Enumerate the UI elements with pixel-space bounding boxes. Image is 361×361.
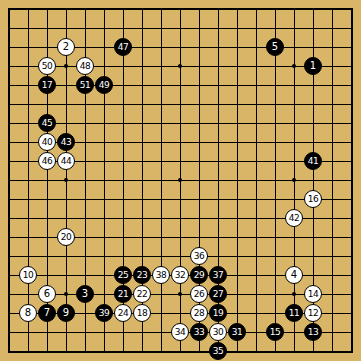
stone-white-24[interactable]: 24 (114, 304, 132, 322)
stone-white-46[interactable]: 46 (38, 152, 56, 170)
star-point (292, 64, 296, 68)
stone-white-40[interactable]: 40 (38, 133, 56, 151)
stone-white-30[interactable]: 30 (209, 323, 227, 341)
stone-black-51[interactable]: 51 (76, 76, 94, 94)
stone-black-41[interactable]: 41 (304, 152, 322, 170)
stone-white-36[interactable]: 36 (190, 247, 208, 265)
stone-black-1[interactable]: 1 (304, 57, 322, 75)
star-point (178, 292, 182, 296)
stone-white-2[interactable]: 2 (57, 38, 75, 56)
go-board[interactable]: 1234567891011121314151617181920212223242… (0, 0, 361, 361)
stone-white-14[interactable]: 14 (304, 285, 322, 303)
stone-white-42[interactable]: 42 (285, 209, 303, 227)
star-point (178, 178, 182, 182)
star-point (64, 64, 68, 68)
stone-black-23[interactable]: 23 (133, 266, 151, 284)
stone-white-28[interactable]: 28 (190, 304, 208, 322)
stone-white-48[interactable]: 48 (76, 57, 94, 75)
stone-black-25[interactable]: 25 (114, 266, 132, 284)
star-point (292, 178, 296, 182)
stone-black-43[interactable]: 43 (57, 133, 75, 151)
stone-black-47[interactable]: 47 (114, 38, 132, 56)
stone-white-12[interactable]: 12 (304, 304, 322, 322)
stone-white-16[interactable]: 16 (304, 190, 322, 208)
star-point (178, 64, 182, 68)
stone-black-3[interactable]: 3 (76, 285, 94, 303)
stone-white-38[interactable]: 38 (152, 266, 170, 284)
stone-black-17[interactable]: 17 (38, 76, 56, 94)
stone-white-50[interactable]: 50 (38, 57, 56, 75)
stone-white-26[interactable]: 26 (190, 285, 208, 303)
stone-black-11[interactable]: 11 (285, 304, 303, 322)
star-point (64, 178, 68, 182)
stone-black-45[interactable]: 45 (38, 114, 56, 132)
stone-black-13[interactable]: 13 (304, 323, 322, 341)
star-point (64, 292, 68, 296)
stone-white-32[interactable]: 32 (171, 266, 189, 284)
stone-black-15[interactable]: 15 (266, 323, 284, 341)
stone-black-9[interactable]: 9 (57, 304, 75, 322)
stone-white-22[interactable]: 22 (133, 285, 151, 303)
stone-white-10[interactable]: 10 (19, 266, 37, 284)
stone-black-37[interactable]: 37 (209, 266, 227, 284)
stone-black-31[interactable]: 31 (228, 323, 246, 341)
stone-black-33[interactable]: 33 (190, 323, 208, 341)
stone-white-34[interactable]: 34 (171, 323, 189, 341)
stone-white-4[interactable]: 4 (285, 266, 303, 284)
stone-white-6[interactable]: 6 (38, 285, 56, 303)
stone-black-35[interactable]: 35 (209, 342, 227, 360)
stone-white-20[interactable]: 20 (57, 228, 75, 246)
stone-black-7[interactable]: 7 (38, 304, 56, 322)
stone-black-5[interactable]: 5 (266, 38, 284, 56)
star-point (292, 292, 296, 296)
stone-black-21[interactable]: 21 (114, 285, 132, 303)
stone-white-8[interactable]: 8 (19, 304, 37, 322)
stone-black-27[interactable]: 27 (209, 285, 227, 303)
stone-white-44[interactable]: 44 (57, 152, 75, 170)
stone-black-29[interactable]: 29 (190, 266, 208, 284)
stone-white-18[interactable]: 18 (133, 304, 151, 322)
stone-black-49[interactable]: 49 (95, 76, 113, 94)
stone-black-19[interactable]: 19 (209, 304, 227, 322)
board-grid: 1234567891011121314151617181920212223242… (0, 0, 361, 361)
stone-black-39[interactable]: 39 (95, 304, 113, 322)
